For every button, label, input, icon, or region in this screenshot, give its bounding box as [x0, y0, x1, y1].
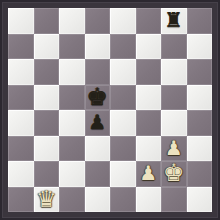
- square-a4[interactable]: [8, 110, 34, 136]
- square-g2[interactable]: ♚: [161, 161, 187, 187]
- square-b1[interactable]: ♛: [34, 187, 60, 213]
- square-e2[interactable]: [110, 161, 136, 187]
- square-g5[interactable]: [161, 85, 187, 111]
- square-g3[interactable]: ♟: [161, 136, 187, 162]
- square-b2[interactable]: [34, 161, 60, 187]
- square-b4[interactable]: [34, 110, 60, 136]
- square-a8[interactable]: [8, 8, 34, 34]
- square-h2[interactable]: [187, 161, 213, 187]
- square-g1[interactable]: [161, 187, 187, 213]
- square-f2[interactable]: ♟: [136, 161, 162, 187]
- square-d4[interactable]: ♟: [85, 110, 111, 136]
- square-c8[interactable]: [59, 8, 85, 34]
- square-e7[interactable]: [110, 34, 136, 60]
- square-a6[interactable]: [8, 59, 34, 85]
- square-e5[interactable]: [110, 85, 136, 111]
- square-e1[interactable]: [110, 187, 136, 213]
- white-pawn[interactable]: ♟: [165, 135, 183, 161]
- square-b7[interactable]: [34, 34, 60, 60]
- square-f1[interactable]: [136, 187, 162, 213]
- square-d3[interactable]: [85, 136, 111, 162]
- square-g7[interactable]: [161, 34, 187, 60]
- black-king[interactable]: ♚: [86, 84, 108, 110]
- square-f6[interactable]: [136, 59, 162, 85]
- white-queen[interactable]: ♛: [36, 186, 57, 212]
- square-b5[interactable]: [34, 85, 60, 111]
- chess-board: ♜♚♟♟♟♚♛: [8, 8, 212, 212]
- square-e3[interactable]: [110, 136, 136, 162]
- square-g4[interactable]: [161, 110, 187, 136]
- square-e8[interactable]: [110, 8, 136, 34]
- black-rook[interactable]: ♜: [164, 8, 183, 34]
- square-h3[interactable]: [187, 136, 213, 162]
- square-f7[interactable]: [136, 34, 162, 60]
- square-c5[interactable]: [59, 85, 85, 111]
- white-king[interactable]: ♚: [163, 161, 185, 187]
- square-c1[interactable]: [59, 187, 85, 213]
- square-d7[interactable]: [85, 34, 111, 60]
- square-c7[interactable]: [59, 34, 85, 60]
- square-c4[interactable]: [59, 110, 85, 136]
- square-a2[interactable]: [8, 161, 34, 187]
- square-b6[interactable]: [34, 59, 60, 85]
- square-d5[interactable]: ♚: [85, 85, 111, 111]
- square-c2[interactable]: [59, 161, 85, 187]
- square-h7[interactable]: [187, 34, 213, 60]
- square-f3[interactable]: [136, 136, 162, 162]
- black-pawn[interactable]: ♟: [88, 110, 106, 136]
- square-d6[interactable]: [85, 59, 111, 85]
- square-d1[interactable]: [85, 187, 111, 213]
- white-pawn[interactable]: ♟: [139, 161, 157, 187]
- square-h6[interactable]: [187, 59, 213, 85]
- square-e4[interactable]: [110, 110, 136, 136]
- square-a7[interactable]: [8, 34, 34, 60]
- square-d2[interactable]: [85, 161, 111, 187]
- square-a3[interactable]: [8, 136, 34, 162]
- square-h8[interactable]: [187, 8, 213, 34]
- square-f8[interactable]: [136, 8, 162, 34]
- square-h4[interactable]: [187, 110, 213, 136]
- square-f5[interactable]: [136, 85, 162, 111]
- square-e6[interactable]: [110, 59, 136, 85]
- square-d8[interactable]: [85, 8, 111, 34]
- square-g6[interactable]: [161, 59, 187, 85]
- square-b3[interactable]: [34, 136, 60, 162]
- square-a1[interactable]: [8, 187, 34, 213]
- square-h1[interactable]: [187, 187, 213, 213]
- square-f4[interactable]: [136, 110, 162, 136]
- board-frame: ♜♚♟♟♟♚♛: [0, 0, 220, 220]
- square-g8[interactable]: ♜: [161, 8, 187, 34]
- square-a5[interactable]: [8, 85, 34, 111]
- square-b8[interactable]: [34, 8, 60, 34]
- square-c3[interactable]: [59, 136, 85, 162]
- square-h5[interactable]: [187, 85, 213, 111]
- square-c6[interactable]: [59, 59, 85, 85]
